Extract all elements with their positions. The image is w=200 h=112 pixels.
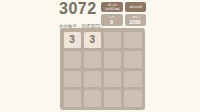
board[interactable]: 33 <box>60 28 145 110</box>
board-cell <box>124 32 141 49</box>
board-cell <box>104 90 121 107</box>
new-game-button[interactable]: 新的游戏 <box>125 2 146 12</box>
board-cell <box>84 90 101 107</box>
board-cell <box>84 51 101 68</box>
board-cell <box>104 71 121 88</box>
board-cell <box>124 90 141 107</box>
header-hud: 怎么玩 (游戏说明) 新的游戏 分数 0 最高分 2296 <box>101 2 146 26</box>
board-cell <box>84 71 101 88</box>
how-to-play-button[interactable]: 怎么玩 (游戏说明) <box>101 2 123 12</box>
tile-3: 3 <box>64 32 81 49</box>
new-game-label: 新的游戏 <box>129 6 142 8</box>
best-score-label: 最高分 <box>131 16 139 18</box>
game-title: 3072 <box>59 0 97 18</box>
score-label: 分数 <box>109 16 114 18</box>
board-cell <box>104 32 121 49</box>
tile-3: 3 <box>84 32 101 49</box>
how-to-play-label: 怎么玩 <box>107 4 116 6</box>
best-score-box: 最高分 2296 <box>125 14 146 26</box>
board-cell <box>124 51 141 68</box>
board-cell <box>64 51 81 68</box>
how-to-play-sublabel: (游戏说明) <box>105 8 120 10</box>
score-value: 0 <box>111 20 114 23</box>
board-cell <box>124 71 141 88</box>
board-cell <box>64 90 81 107</box>
board-cell <box>64 71 81 88</box>
best-score-value: 2296 <box>130 20 141 23</box>
board-cell <box>104 51 121 68</box>
score-box: 分数 0 <box>101 14 123 26</box>
